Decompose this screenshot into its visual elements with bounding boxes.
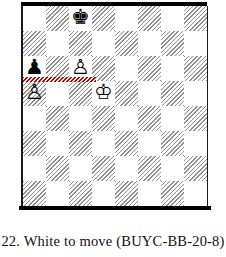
square-a2 [23,156,46,181]
square-b2 [46,156,69,181]
square-a7 [23,31,46,56]
square-f7 [138,31,161,56]
square-c4 [69,106,92,131]
square-h2 [184,156,207,181]
piece-black-king-c8: ♚ [71,7,90,28]
piece-white-king-d5: ♔ [94,82,113,103]
square-f6 [138,56,161,81]
square-e6 [115,56,138,81]
square-e8 [115,6,138,31]
square-h1 [184,181,207,206]
square-c7 [69,31,92,56]
square-g6 [161,56,184,81]
square-b4 [46,106,69,131]
square-e4 [115,106,138,131]
square-a6: ♟ [23,56,46,81]
square-b3 [46,131,69,156]
square-d2 [92,156,115,181]
square-d1 [92,181,115,206]
square-g8 [161,6,184,31]
square-a1 [23,181,46,206]
square-c2 [69,156,92,181]
puzzle-caption: 22. White to move (BUYC-BB-20-8) [0,233,226,250]
square-g4 [161,106,184,131]
square-g2 [161,156,184,181]
square-b5 [46,81,69,106]
square-f4 [138,106,161,131]
square-h7 [184,31,207,56]
square-h3 [184,131,207,156]
square-c8: ♚ [69,6,92,31]
square-c3 [69,131,92,156]
square-g1 [161,181,184,206]
square-a5: ♙ [23,81,46,106]
square-d3 [92,131,115,156]
square-g7 [161,31,184,56]
square-h8 [184,6,207,31]
square-b6 [46,56,69,81]
square-f8 [138,6,161,31]
square-b1 [46,181,69,206]
piece-black-pawn-a6: ♟ [25,57,44,78]
board-bottom-border [19,206,211,210]
square-f5 [138,81,161,106]
square-f2 [138,156,161,181]
square-a3 [23,131,46,156]
square-h6 [184,56,207,81]
square-e5 [115,81,138,106]
square-e2 [115,156,138,181]
square-a4 [23,106,46,131]
square-d6 [92,56,115,81]
square-g3 [161,131,184,156]
chess-puzzle-page: ♚♟♙♙♔ 22. White to move (BUYC-BB-20-8) [0,0,226,257]
square-d7 [92,31,115,56]
square-d8 [92,6,115,31]
square-c6: ♙ [69,56,92,81]
board-frame: ♚♟♙♙♔ [21,6,208,206]
square-b7 [46,31,69,56]
chess-board: ♚♟♙♙♔ [23,6,207,206]
square-c5 [69,81,92,106]
square-e3 [115,131,138,156]
square-g5 [161,81,184,106]
chess-board-container: ♚♟♙♙♔ [21,2,207,210]
piece-white-pawn-c6: ♙ [71,57,90,78]
square-f1 [138,181,161,206]
square-a8 [23,6,46,31]
square-h4 [184,106,207,131]
square-c1 [69,181,92,206]
square-d4 [92,106,115,131]
square-d5: ♔ [92,81,115,106]
square-e1 [115,181,138,206]
square-b8 [46,6,69,31]
square-h5 [184,81,207,106]
piece-white-pawn-a5: ♙ [25,82,44,103]
square-f3 [138,131,161,156]
square-e7 [115,31,138,56]
